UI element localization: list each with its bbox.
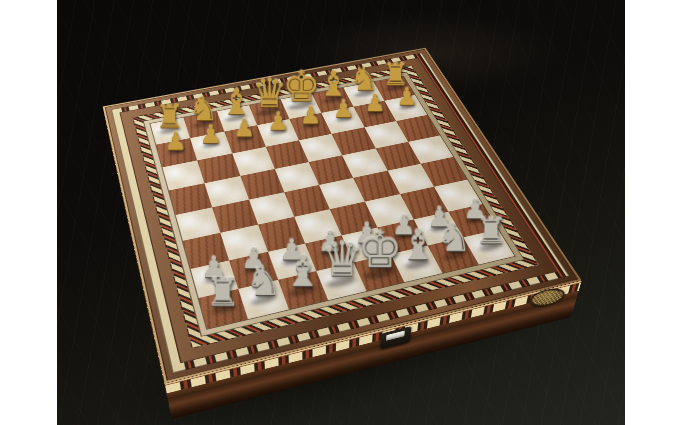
rook-glyph: ♜ [189,273,258,312]
latch-clasp [380,326,411,349]
screenshot-canvas: ♜♞♝♛♚♝♞♜♟♟♟♟♟♟♟♟♟♟♟♟♟♟♟♟♜♞♝♛♚♝♞♜ [0,0,680,425]
pawn-glyph: ♟ [147,129,205,154]
white-margin-right [625,0,680,425]
latch-metal-plate [386,331,405,341]
photo-background: ♜♞♝♛♚♝♞♜♟♟♟♟♟♟♟♟♟♟♟♟♟♟♟♟♜♞♝♛♚♝♞♜ [57,0,625,425]
white-margin-left [0,0,57,425]
